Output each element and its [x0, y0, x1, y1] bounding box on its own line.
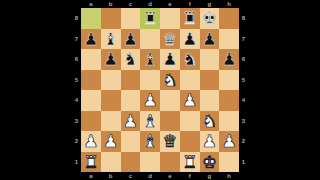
square-c1[interactable]	[121, 152, 141, 173]
square-c6[interactable]: ♞	[121, 49, 141, 70]
file-label-e: e	[168, 173, 171, 179]
corner-bottom-left	[72, 172, 81, 180]
board[interactable]: ♜♜♚♟♝♟♛♟♟♟♞♝♟♞♟♞♟♟♟♝♞♟♟♝♛♟♟♜♜♚	[81, 8, 239, 172]
square-h8[interactable]	[219, 8, 239, 29]
square-h2[interactable]: ♟	[219, 131, 239, 152]
file-labels-bottom: abcdefgh	[81, 172, 239, 180]
rank-label-3: 3	[242, 118, 245, 124]
square-h6[interactable]: ♟	[219, 49, 239, 70]
rank-label-7: 7	[242, 36, 245, 42]
piece-black-rook[interactable]: ♜	[143, 8, 158, 28]
corner-top-left	[72, 0, 81, 8]
piece-white-queen[interactable]: ♛	[162, 131, 177, 151]
square-c5[interactable]	[121, 70, 141, 91]
file-label-a: a	[89, 1, 92, 7]
square-c4[interactable]	[121, 90, 141, 111]
piece-white-pawn[interactable]: ♟	[143, 90, 158, 110]
file-label-a: a	[89, 173, 92, 179]
square-f8[interactable]: ♜	[180, 8, 200, 29]
piece-white-rook[interactable]: ♜	[83, 152, 98, 172]
piece-black-king[interactable]: ♚	[202, 8, 217, 28]
square-g2[interactable]: ♟	[200, 131, 220, 152]
piece-black-pawn[interactable]: ♟	[123, 29, 138, 49]
square-b5[interactable]	[101, 70, 121, 91]
piece-black-knight[interactable]: ♞	[182, 49, 197, 69]
square-d6[interactable]: ♝	[140, 49, 160, 70]
square-g3[interactable]: ♞	[200, 111, 220, 132]
piece-white-king[interactable]: ♚	[202, 152, 217, 172]
square-d4[interactable]: ♟	[140, 90, 160, 111]
chessboard-frame: abcdefgh 87654321 ♜♜♚♟♝♟♛♟♟♟♞♝♟♞♟♞♟♟♟♝♞♟…	[72, 0, 248, 180]
corner-bottom-right	[239, 172, 248, 180]
square-g7[interactable]: ♟	[200, 29, 220, 50]
file-label-f: f	[189, 173, 191, 179]
square-g6[interactable]	[200, 49, 220, 70]
square-g1[interactable]: ♚	[200, 152, 220, 173]
square-c3[interactable]: ♟	[121, 111, 141, 132]
square-f6[interactable]: ♞	[180, 49, 200, 70]
square-f1[interactable]: ♜	[180, 152, 200, 173]
square-a7[interactable]: ♟	[81, 29, 101, 50]
square-f2[interactable]	[180, 131, 200, 152]
square-f3[interactable]	[180, 111, 200, 132]
rank-label-5: 5	[75, 77, 78, 83]
piece-white-pawn[interactable]: ♟	[103, 131, 118, 151]
piece-white-pawn[interactable]: ♟	[222, 131, 237, 151]
square-h4[interactable]	[219, 90, 239, 111]
square-d1[interactable]	[140, 152, 160, 173]
square-e1[interactable]	[160, 152, 180, 173]
square-f5[interactable]	[180, 70, 200, 91]
rank-label-1: 1	[242, 159, 245, 165]
square-h5[interactable]	[219, 70, 239, 91]
piece-white-pawn[interactable]: ♟	[123, 111, 138, 131]
piece-black-bishop[interactable]: ♝	[103, 29, 118, 49]
square-c7[interactable]: ♟	[121, 29, 141, 50]
piece-black-pawn[interactable]: ♟	[222, 49, 237, 69]
piece-black-pawn[interactable]: ♟	[103, 49, 118, 69]
piece-black-pawn[interactable]: ♟	[83, 29, 98, 49]
square-f4[interactable]: ♟	[180, 90, 200, 111]
square-g8[interactable]: ♚	[200, 8, 220, 29]
square-a4[interactable]	[81, 90, 101, 111]
square-d7[interactable]	[140, 29, 160, 50]
file-labels-top: abcdefgh	[81, 0, 239, 8]
rank-label-7: 7	[75, 36, 78, 42]
rank-label-4: 4	[75, 97, 78, 103]
rank-labels-right: 87654321	[239, 8, 248, 172]
piece-white-knight[interactable]: ♞	[162, 70, 177, 90]
rank-label-2: 2	[75, 138, 78, 144]
square-a3[interactable]	[81, 111, 101, 132]
square-f7[interactable]: ♟	[180, 29, 200, 50]
rank-label-5: 5	[242, 77, 245, 83]
square-e6[interactable]: ♟	[160, 49, 180, 70]
square-g5[interactable]	[200, 70, 220, 91]
square-b6[interactable]: ♟	[101, 49, 121, 70]
corner-top-right	[239, 0, 248, 8]
square-d3[interactable]: ♝	[140, 111, 160, 132]
piece-white-bishop[interactable]: ♝	[143, 111, 158, 131]
square-e5[interactable]: ♞	[160, 70, 180, 91]
square-b3[interactable]	[101, 111, 121, 132]
piece-black-pawn[interactable]: ♟	[182, 29, 197, 49]
square-e4[interactable]	[160, 90, 180, 111]
square-b2[interactable]: ♟	[101, 131, 121, 152]
piece-white-bishop[interactable]: ♝	[143, 131, 158, 151]
file-label-c: c	[129, 173, 132, 179]
file-label-g: g	[208, 173, 212, 179]
square-c8[interactable]	[121, 8, 141, 29]
piece-black-queen[interactable]: ♛	[162, 29, 177, 49]
square-a2[interactable]: ♟	[81, 131, 101, 152]
square-e8[interactable]	[160, 8, 180, 29]
square-h7[interactable]	[219, 29, 239, 50]
piece-white-pawn[interactable]: ♟	[83, 131, 98, 151]
square-h3[interactable]	[219, 111, 239, 132]
square-b8[interactable]	[101, 8, 121, 29]
piece-black-rook[interactable]: ♜	[182, 8, 197, 28]
square-b4[interactable]	[101, 90, 121, 111]
piece-black-pawn[interactable]: ♟	[162, 49, 177, 69]
rank-labels-left: 87654321	[72, 8, 81, 172]
square-d8[interactable]: ♜	[140, 8, 160, 29]
file-label-b: b	[109, 1, 113, 7]
file-label-h: h	[227, 1, 231, 7]
square-c2[interactable]	[121, 131, 141, 152]
piece-black-pawn[interactable]: ♟	[202, 29, 217, 49]
rank-label-2: 2	[242, 138, 245, 144]
square-d5[interactable]	[140, 70, 160, 91]
piece-black-bishop[interactable]: ♝	[143, 49, 158, 69]
square-e7[interactable]: ♛	[160, 29, 180, 50]
file-label-f: f	[189, 1, 191, 7]
file-label-h: h	[227, 173, 231, 179]
square-a1[interactable]: ♜	[81, 152, 101, 173]
file-label-c: c	[129, 1, 132, 7]
file-label-g: g	[208, 1, 212, 7]
square-b7[interactable]: ♝	[101, 29, 121, 50]
piece-black-knight[interactable]: ♞	[123, 49, 138, 69]
rank-label-6: 6	[75, 56, 78, 62]
piece-white-pawn[interactable]: ♟	[202, 131, 217, 151]
piece-white-rook[interactable]: ♜	[182, 152, 197, 172]
square-g4[interactable]	[200, 90, 220, 111]
rank-label-4: 4	[242, 97, 245, 103]
piece-white-pawn[interactable]: ♟	[182, 90, 197, 110]
file-label-e: e	[168, 1, 171, 7]
square-a6[interactable]	[81, 49, 101, 70]
square-a5[interactable]	[81, 70, 101, 91]
rank-label-8: 8	[242, 15, 245, 21]
rank-label-6: 6	[242, 56, 245, 62]
rank-label-3: 3	[75, 118, 78, 124]
square-h1[interactable]	[219, 152, 239, 173]
file-label-d: d	[148, 173, 152, 179]
rank-label-8: 8	[75, 15, 78, 21]
square-d2[interactable]: ♝	[140, 131, 160, 152]
file-label-d: d	[148, 1, 152, 7]
square-a8[interactable]	[81, 8, 101, 29]
square-e2[interactable]: ♛	[160, 131, 180, 152]
square-b1[interactable]	[101, 152, 121, 173]
square-e3[interactable]	[160, 111, 180, 132]
piece-white-knight[interactable]: ♞	[202, 111, 217, 131]
file-label-b: b	[109, 173, 113, 179]
rank-label-1: 1	[75, 159, 78, 165]
